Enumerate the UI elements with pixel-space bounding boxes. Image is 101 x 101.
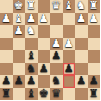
square-b5[interactable] bbox=[75, 50, 88, 63]
square-b2[interactable]: ♟ bbox=[75, 13, 88, 26]
square-h1[interactable] bbox=[0, 0, 13, 13]
black-bishop-piece[interactable]: ♝ bbox=[26, 50, 36, 63]
black-pawn-piece[interactable]: ♟ bbox=[51, 50, 61, 63]
square-f1[interactable]: ♜ bbox=[25, 0, 38, 13]
square-h2[interactable]: ♟ bbox=[0, 13, 13, 26]
square-h7[interactable]: ♟ bbox=[0, 75, 13, 88]
square-e5[interactable] bbox=[38, 50, 51, 63]
square-d2[interactable] bbox=[50, 13, 63, 26]
square-c3[interactable] bbox=[63, 25, 76, 38]
square-f5[interactable]: ♝ bbox=[25, 50, 38, 63]
square-a7[interactable]: ♟ bbox=[88, 75, 101, 88]
square-d5[interactable]: ♟ bbox=[50, 50, 63, 63]
white-knight-piece[interactable]: ♞ bbox=[26, 25, 36, 38]
square-b3[interactable] bbox=[75, 25, 88, 38]
square-c1[interactable]: ♝ bbox=[63, 0, 76, 13]
square-a8[interactable]: ♜ bbox=[88, 88, 101, 101]
white-bishop-piece[interactable]: ♝ bbox=[64, 0, 74, 13]
square-a4[interactable] bbox=[88, 38, 101, 51]
square-g5[interactable] bbox=[13, 50, 26, 63]
square-b4[interactable] bbox=[75, 38, 88, 51]
square-e7[interactable] bbox=[38, 75, 51, 88]
black-pawn-piece[interactable]: ♟ bbox=[76, 75, 86, 88]
black-rook-piece[interactable]: ♜ bbox=[1, 88, 11, 101]
black-king-piece[interactable]: ♚ bbox=[39, 88, 49, 101]
black-queen-piece[interactable]: ♛ bbox=[51, 88, 61, 101]
white-pawn-piece[interactable]: ♟ bbox=[39, 13, 49, 26]
square-e6[interactable]: ♟ bbox=[38, 63, 51, 76]
square-h5[interactable] bbox=[0, 50, 13, 63]
square-g3[interactable]: ♟ bbox=[13, 25, 26, 38]
chess-board[interactable]: ♚♜♛♝♞♜♟♝♟♟♟♟♟♞♟♟♝♟♞♟♟♟♟♟♞♟♟♜♝♚♛♜ bbox=[0, 0, 100, 100]
white-pawn-piece[interactable]: ♟ bbox=[64, 38, 74, 51]
square-f8[interactable]: ♝ bbox=[25, 88, 38, 101]
white-rook-piece[interactable]: ♜ bbox=[26, 0, 36, 13]
square-c8[interactable] bbox=[63, 88, 76, 101]
black-pawn-piece[interactable]: ♟ bbox=[14, 75, 24, 88]
black-knight-piece[interactable]: ♞ bbox=[51, 75, 61, 88]
square-c7[interactable] bbox=[63, 75, 76, 88]
square-a5[interactable] bbox=[88, 50, 101, 63]
square-a3[interactable] bbox=[88, 25, 101, 38]
square-f3[interactable]: ♞ bbox=[25, 25, 38, 38]
square-g8[interactable] bbox=[13, 88, 26, 101]
white-pawn-piece[interactable]: ♟ bbox=[1, 13, 11, 26]
square-h3[interactable] bbox=[0, 25, 13, 38]
square-e1[interactable] bbox=[38, 0, 51, 13]
square-b7[interactable]: ♟ bbox=[75, 75, 88, 88]
black-pawn-piece[interactable]: ♟ bbox=[1, 75, 11, 88]
square-f7[interactable]: ♟ bbox=[25, 75, 38, 88]
square-a1[interactable]: ♜ bbox=[88, 0, 101, 13]
black-pawn-piece[interactable]: ♟ bbox=[26, 75, 36, 88]
square-g7[interactable]: ♟ bbox=[13, 75, 26, 88]
square-e2[interactable]: ♟ bbox=[38, 13, 51, 26]
square-g4[interactable] bbox=[13, 38, 26, 51]
square-c4[interactable]: ♟ bbox=[63, 38, 76, 51]
square-h4[interactable] bbox=[0, 38, 13, 51]
black-rook-piece[interactable]: ♜ bbox=[89, 88, 99, 101]
square-b8[interactable] bbox=[75, 88, 88, 101]
square-a2[interactable]: ♟ bbox=[88, 13, 101, 26]
black-pawn-piece[interactable]: ♟ bbox=[89, 75, 99, 88]
white-rook-piece[interactable]: ♜ bbox=[89, 0, 99, 13]
square-e4[interactable] bbox=[38, 38, 51, 51]
white-pawn-piece[interactable]: ♟ bbox=[89, 13, 99, 26]
square-d1[interactable]: ♛ bbox=[50, 0, 63, 13]
white-pawn-piece[interactable]: ♟ bbox=[76, 13, 86, 26]
square-c2[interactable] bbox=[63, 13, 76, 26]
square-d8[interactable]: ♛ bbox=[50, 88, 63, 101]
white-king-piece[interactable]: ♚ bbox=[14, 0, 24, 13]
square-e8[interactable]: ♚ bbox=[38, 88, 51, 101]
square-d7[interactable]: ♞ bbox=[50, 75, 63, 88]
square-c5[interactable] bbox=[63, 50, 76, 63]
square-h8[interactable]: ♜ bbox=[0, 88, 13, 101]
black-pawn-piece[interactable]: ♟ bbox=[39, 63, 49, 76]
square-b1[interactable]: ♞ bbox=[75, 0, 88, 13]
black-bishop-piece[interactable]: ♝ bbox=[26, 88, 36, 101]
square-g1[interactable]: ♚ bbox=[13, 0, 26, 13]
square-c6[interactable]: ♟ bbox=[63, 63, 76, 76]
white-knight-piece[interactable]: ♞ bbox=[76, 0, 86, 13]
white-pawn-piece[interactable]: ♟ bbox=[14, 25, 24, 38]
square-d3[interactable] bbox=[50, 25, 63, 38]
white-queen-piece[interactable]: ♛ bbox=[51, 0, 61, 13]
black-pawn-piece[interactable]: ♟ bbox=[64, 63, 74, 76]
square-e3[interactable] bbox=[38, 25, 51, 38]
